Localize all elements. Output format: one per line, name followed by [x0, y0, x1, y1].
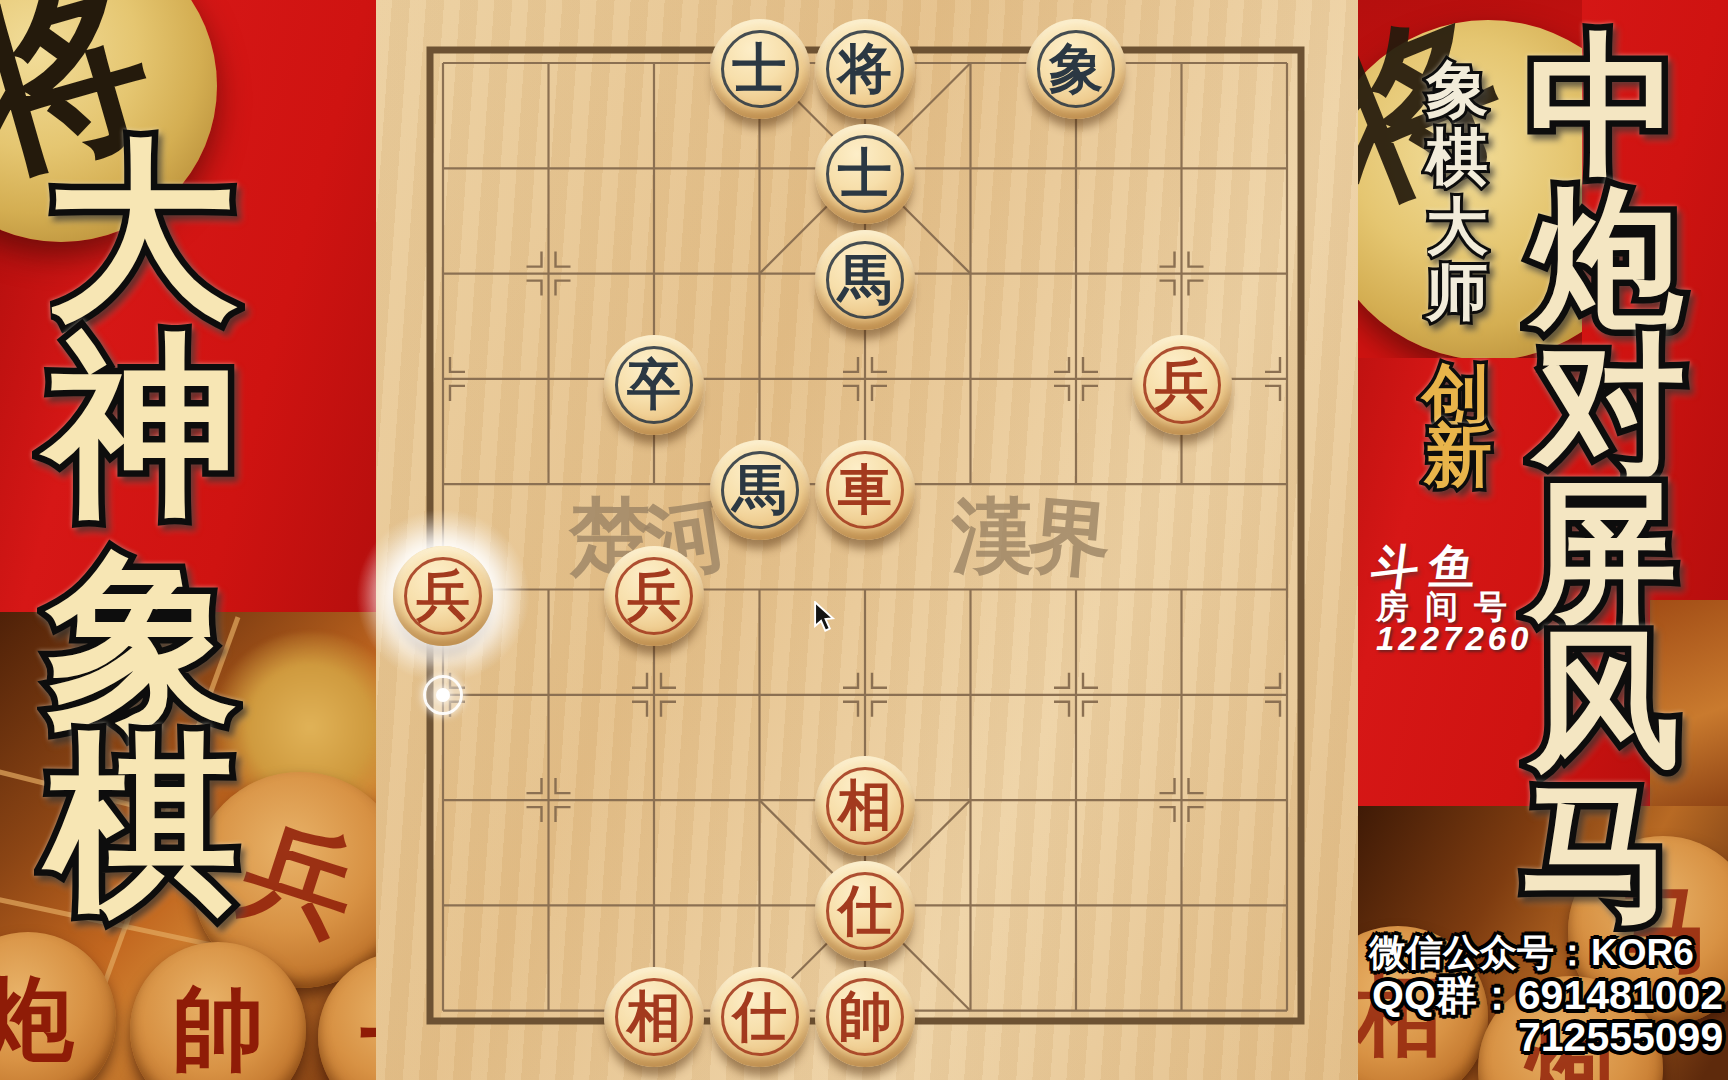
- main-title-char-6: 马: [1521, 776, 1673, 928]
- left-title-char-1: 大: [46, 136, 238, 328]
- qq-label: QQ群：: [1372, 972, 1518, 1018]
- piece-red-車[interactable]: 車: [815, 440, 915, 540]
- room-number: 1227260: [1376, 620, 1532, 658]
- piece-red-帥[interactable]: 帥: [815, 967, 915, 1067]
- subtitle-char-4: 师: [1426, 261, 1488, 323]
- mouse-cursor: [811, 601, 837, 633]
- wechat-label: 微信公众号：: [1369, 932, 1591, 973]
- stream-screenshot: 将 兵 炮 帥 一 大 神 象 棋 楚 河 漢 界: [0, 0, 1728, 1080]
- left-title-char-2: 神: [46, 330, 238, 522]
- subtitle-char-3: 大: [1426, 196, 1488, 258]
- subtitle-char-1: 象: [1426, 59, 1488, 121]
- qq-line-2: 712555099: [1518, 1014, 1723, 1061]
- main-title-char-4: 屏: [1525, 476, 1677, 628]
- river-text-jie: 界: [1024, 481, 1115, 598]
- piece-black-卒[interactable]: 卒: [604, 335, 704, 435]
- xiangqi-board[interactable]: 楚 河 漢 界 士将象士馬卒兵馬車兵兵相仕相仕帥: [376, 0, 1358, 1080]
- main-title-char-5: 风: [1528, 624, 1680, 776]
- piece-black-士[interactable]: 士: [815, 124, 915, 224]
- river-text-han: 漢: [952, 482, 1034, 592]
- piece-red-相[interactable]: 相: [815, 756, 915, 856]
- left-title-char-3: 象: [46, 546, 238, 738]
- main-title-char-2: 炮: [1531, 182, 1683, 334]
- piece-red-兵[interactable]: 兵: [1132, 335, 1232, 435]
- main-title-char-1: 中: [1528, 29, 1680, 181]
- piece-red-仕[interactable]: 仕: [815, 861, 915, 961]
- piece-black-将[interactable]: 将: [815, 19, 915, 119]
- piece-red-兵[interactable]: 兵: [393, 546, 493, 646]
- wechat-value: KOR6: [1591, 932, 1694, 973]
- piece-red-兵[interactable]: 兵: [604, 546, 704, 646]
- piece-black-象[interactable]: 象: [1026, 19, 1126, 119]
- subtitle-char-2: 棋: [1426, 126, 1488, 188]
- photo-piece-cannon: 炮: [0, 932, 116, 1080]
- main-title-char-3: 对: [1534, 329, 1686, 481]
- piece-red-相[interactable]: 相: [604, 967, 704, 1067]
- tagline-char-2: 新: [1424, 421, 1492, 489]
- qq-value: 691481002: [1518, 972, 1723, 1018]
- piece-black-馬[interactable]: 馬: [710, 440, 810, 540]
- piece-black-馬[interactable]: 馬: [815, 230, 915, 330]
- right-decorative-panel: 将 马 相 炮 象 棋 大 师 创 新 中 炮 对 屏 风 马 斗鱼 房间号 1…: [1358, 0, 1728, 1080]
- left-decorative-panel: 将 兵 炮 帥 一 大 神 象 棋: [0, 0, 376, 1080]
- piece-black-士[interactable]: 士: [710, 19, 810, 119]
- left-title-char-4: 棋: [46, 728, 238, 920]
- piece-red-仕[interactable]: 仕: [710, 967, 810, 1067]
- qq-value-2: 712555099: [1518, 1014, 1723, 1060]
